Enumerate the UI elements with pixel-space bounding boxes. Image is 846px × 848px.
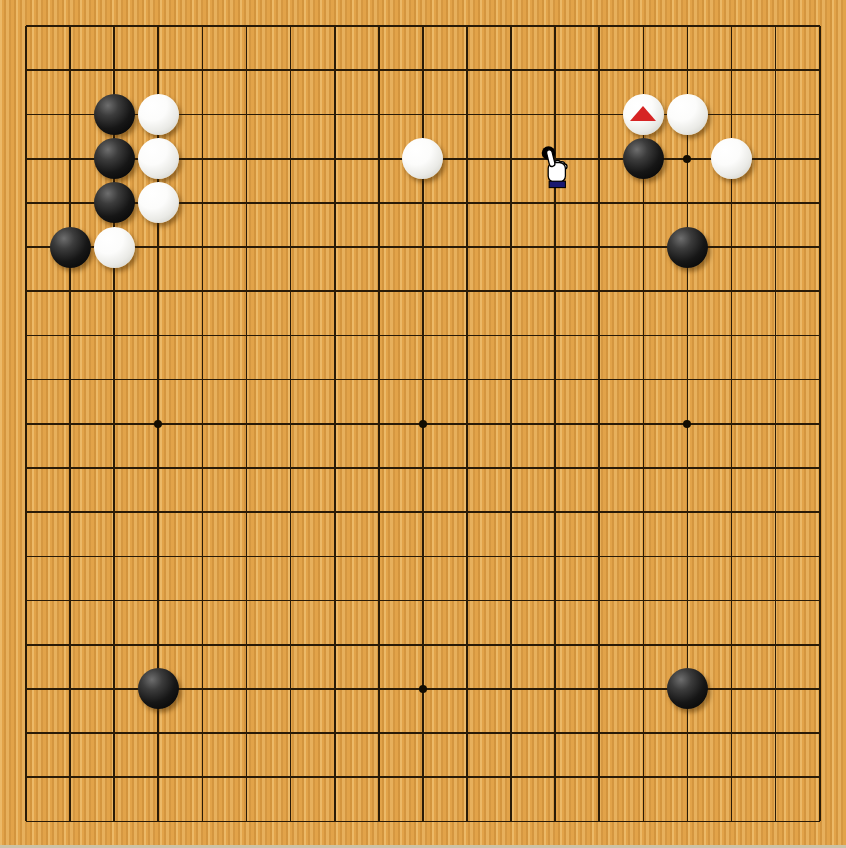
- board-intersection[interactable]: [357, 799, 401, 843]
- board-intersection[interactable]: [357, 711, 401, 755]
- board-intersection[interactable]: [445, 402, 489, 446]
- board-intersection[interactable]: [489, 623, 533, 667]
- board-intersection[interactable]: [798, 181, 842, 225]
- board-intersection[interactable]: [489, 358, 533, 402]
- board-intersection[interactable]: [798, 92, 842, 136]
- board-intersection[interactable]: [48, 402, 92, 446]
- board-intersection[interactable]: [4, 799, 48, 843]
- board-intersection[interactable]: [621, 490, 665, 534]
- board-intersection[interactable]: [710, 225, 754, 269]
- board-intersection[interactable]: [357, 92, 401, 136]
- board-intersection[interactable]: [533, 623, 577, 667]
- board-intersection[interactable]: [357, 358, 401, 402]
- board-intersection[interactable]: [401, 225, 445, 269]
- board-intersection[interactable]: [357, 667, 401, 711]
- board-intersection[interactable]: [577, 181, 621, 225]
- board-intersection[interactable]: [92, 578, 136, 622]
- board-intersection[interactable]: [269, 799, 313, 843]
- board-intersection[interactable]: [533, 92, 577, 136]
- board-intersection[interactable]: [754, 534, 798, 578]
- board-intersection[interactable]: [710, 667, 754, 711]
- board-intersection[interactable]: [4, 711, 48, 755]
- board-intersection[interactable]: [224, 181, 268, 225]
- board-intersection[interactable]: [92, 181, 136, 225]
- board-intersection[interactable]: [533, 269, 577, 313]
- board-intersection[interactable]: [136, 667, 180, 711]
- board-intersection[interactable]: [92, 711, 136, 755]
- board-intersection[interactable]: [180, 711, 224, 755]
- board-intersection[interactable]: [92, 402, 136, 446]
- board-intersection[interactable]: [621, 137, 665, 181]
- board-intersection[interactable]: [269, 269, 313, 313]
- board-intersection[interactable]: [445, 578, 489, 622]
- board-intersection[interactable]: [577, 4, 621, 48]
- board-intersection[interactable]: [710, 711, 754, 755]
- board-intersection[interactable]: [710, 92, 754, 136]
- board-intersection[interactable]: [445, 313, 489, 357]
- board-intersection[interactable]: [313, 623, 357, 667]
- board-intersection[interactable]: [621, 402, 665, 446]
- board-intersection[interactable]: [710, 578, 754, 622]
- board-intersection[interactable]: [48, 92, 92, 136]
- board-intersection[interactable]: [577, 667, 621, 711]
- board-intersection[interactable]: [754, 92, 798, 136]
- board-intersection[interactable]: [754, 799, 798, 843]
- board-intersection[interactable]: [710, 490, 754, 534]
- board-intersection[interactable]: [754, 446, 798, 490]
- board-intersection[interactable]: [710, 446, 754, 490]
- board-intersection[interactable]: [577, 358, 621, 402]
- board-intersection[interactable]: [621, 711, 665, 755]
- board-intersection[interactable]: [710, 799, 754, 843]
- board-intersection[interactable]: [577, 534, 621, 578]
- board-intersection[interactable]: [445, 623, 489, 667]
- board-intersection[interactable]: [401, 402, 445, 446]
- board-intersection[interactable]: [665, 137, 709, 181]
- board-intersection[interactable]: [136, 799, 180, 843]
- board-intersection[interactable]: [445, 4, 489, 48]
- board-intersection[interactable]: [269, 446, 313, 490]
- board-intersection[interactable]: [621, 578, 665, 622]
- board-intersection[interactable]: [533, 313, 577, 357]
- board-intersection[interactable]: [445, 711, 489, 755]
- board-intersection[interactable]: [92, 48, 136, 92]
- board-intersection[interactable]: [401, 358, 445, 402]
- board-intersection[interactable]: [269, 225, 313, 269]
- board-intersection[interactable]: [313, 578, 357, 622]
- board-intersection[interactable]: [313, 92, 357, 136]
- board-intersection[interactable]: [313, 48, 357, 92]
- board-intersection[interactable]: [269, 48, 313, 92]
- board-intersection[interactable]: [754, 490, 798, 534]
- board-intersection[interactable]: [621, 181, 665, 225]
- board-intersection[interactable]: [710, 402, 754, 446]
- board-intersection[interactable]: [445, 534, 489, 578]
- board-intersection[interactable]: [621, 446, 665, 490]
- board-intersection[interactable]: [92, 358, 136, 402]
- board-intersection[interactable]: [224, 48, 268, 92]
- board-intersection[interactable]: [136, 358, 180, 402]
- board-intersection[interactable]: [48, 534, 92, 578]
- board-intersection[interactable]: [180, 667, 224, 711]
- board-intersection[interactable]: [401, 799, 445, 843]
- board-intersection[interactable]: [92, 269, 136, 313]
- board-intersection[interactable]: [489, 137, 533, 181]
- board-intersection[interactable]: [180, 92, 224, 136]
- board-intersection[interactable]: [401, 446, 445, 490]
- board-intersection[interactable]: [180, 269, 224, 313]
- board-intersection[interactable]: [4, 269, 48, 313]
- board-intersection[interactable]: [401, 578, 445, 622]
- board-intersection[interactable]: [136, 4, 180, 48]
- board-intersection[interactable]: [754, 181, 798, 225]
- board-intersection[interactable]: [136, 137, 180, 181]
- board-intersection[interactable]: [621, 755, 665, 799]
- board-intersection[interactable]: [224, 137, 268, 181]
- board-intersection[interactable]: [269, 623, 313, 667]
- board-intersection[interactable]: [269, 667, 313, 711]
- board-intersection[interactable]: [445, 755, 489, 799]
- board-intersection[interactable]: [313, 755, 357, 799]
- board-intersection[interactable]: [621, 358, 665, 402]
- board-intersection[interactable]: [48, 446, 92, 490]
- board-intersection[interactable]: [577, 269, 621, 313]
- board-intersection[interactable]: [357, 48, 401, 92]
- board-intersection[interactable]: [621, 667, 665, 711]
- board-intersection[interactable]: [313, 799, 357, 843]
- board-intersection[interactable]: [224, 578, 268, 622]
- board-intersection[interactable]: [710, 623, 754, 667]
- board-intersection[interactable]: [445, 490, 489, 534]
- board-intersection[interactable]: [710, 313, 754, 357]
- board-intersection[interactable]: [180, 534, 224, 578]
- board-intersection[interactable]: [136, 225, 180, 269]
- board-intersection[interactable]: [577, 92, 621, 136]
- board-intersection[interactable]: [489, 402, 533, 446]
- board-intersection[interactable]: [180, 490, 224, 534]
- board-intersection[interactable]: [313, 534, 357, 578]
- board-intersection[interactable]: [665, 623, 709, 667]
- board-intersection[interactable]: [489, 534, 533, 578]
- board-intersection[interactable]: [224, 711, 268, 755]
- board-intersection[interactable]: [224, 402, 268, 446]
- board-intersection[interactable]: [48, 4, 92, 48]
- board-intersection[interactable]: [357, 755, 401, 799]
- board-intersection[interactable]: [313, 269, 357, 313]
- board-intersection[interactable]: [621, 48, 665, 92]
- board-intersection[interactable]: [710, 48, 754, 92]
- board-intersection[interactable]: [401, 490, 445, 534]
- board-intersection[interactable]: [445, 269, 489, 313]
- board-intersection[interactable]: [710, 755, 754, 799]
- board-intersection[interactable]: [180, 623, 224, 667]
- board-intersection[interactable]: [401, 667, 445, 711]
- board-intersection[interactable]: [180, 446, 224, 490]
- board-intersection[interactable]: [798, 623, 842, 667]
- board-intersection[interactable]: [269, 4, 313, 48]
- board-intersection[interactable]: [313, 137, 357, 181]
- board-intersection[interactable]: [136, 402, 180, 446]
- board-intersection[interactable]: [798, 534, 842, 578]
- board-intersection[interactable]: [798, 799, 842, 843]
- board-intersection[interactable]: [136, 490, 180, 534]
- board-intersection[interactable]: [269, 358, 313, 402]
- board-intersection[interactable]: [224, 446, 268, 490]
- board-intersection[interactable]: [224, 667, 268, 711]
- board-intersection[interactable]: [224, 358, 268, 402]
- board-intersection[interactable]: [313, 181, 357, 225]
- board-intersection[interactable]: [180, 755, 224, 799]
- board-intersection[interactable]: [710, 181, 754, 225]
- board-intersection[interactable]: [798, 578, 842, 622]
- board-intersection[interactable]: [445, 137, 489, 181]
- board-intersection[interactable]: [313, 225, 357, 269]
- board-intersection[interactable]: [357, 446, 401, 490]
- board-intersection[interactable]: [621, 534, 665, 578]
- board-intersection[interactable]: [313, 667, 357, 711]
- board-intersection[interactable]: [269, 313, 313, 357]
- board-intersection[interactable]: [533, 490, 577, 534]
- board-intersection[interactable]: [357, 269, 401, 313]
- board-intersection[interactable]: [577, 402, 621, 446]
- board-intersection[interactable]: [665, 4, 709, 48]
- board-intersection[interactable]: [92, 4, 136, 48]
- board-intersection[interactable]: [92, 623, 136, 667]
- board-intersection[interactable]: [533, 667, 577, 711]
- board-intersection[interactable]: [445, 667, 489, 711]
- board-intersection[interactable]: [798, 313, 842, 357]
- board-intersection[interactable]: [92, 490, 136, 534]
- board-intersection[interactable]: [357, 137, 401, 181]
- board-intersection[interactable]: [136, 578, 180, 622]
- board-intersection[interactable]: [313, 402, 357, 446]
- board-intersection[interactable]: [665, 755, 709, 799]
- board-intersection[interactable]: [357, 313, 401, 357]
- board-intersection[interactable]: [489, 711, 533, 755]
- board-intersection[interactable]: [357, 623, 401, 667]
- board-intersection[interactable]: [710, 137, 754, 181]
- board-intersection[interactable]: [533, 358, 577, 402]
- board-intersection[interactable]: [754, 402, 798, 446]
- board-intersection[interactable]: [136, 711, 180, 755]
- board-intersection[interactable]: [798, 269, 842, 313]
- board-intersection[interactable]: [48, 667, 92, 711]
- board-intersection[interactable]: [577, 137, 621, 181]
- board-intersection[interactable]: [224, 534, 268, 578]
- board-intersection[interactable]: [489, 755, 533, 799]
- board-intersection[interactable]: [577, 711, 621, 755]
- board-intersection[interactable]: [621, 4, 665, 48]
- board-intersection[interactable]: [136, 755, 180, 799]
- board-intersection[interactable]: [4, 667, 48, 711]
- board-intersection[interactable]: [269, 755, 313, 799]
- board-intersection[interactable]: [533, 578, 577, 622]
- board-intersection[interactable]: [269, 534, 313, 578]
- board-intersection[interactable]: [269, 711, 313, 755]
- board-intersection[interactable]: [357, 225, 401, 269]
- board-intersection[interactable]: [798, 48, 842, 92]
- board-intersection[interactable]: [4, 48, 48, 92]
- board-intersection[interactable]: [136, 623, 180, 667]
- board-intersection[interactable]: [180, 4, 224, 48]
- board-intersection[interactable]: [489, 225, 533, 269]
- board-intersection[interactable]: [4, 181, 48, 225]
- board-intersection[interactable]: [180, 578, 224, 622]
- board-intersection[interactable]: [313, 313, 357, 357]
- board-intersection[interactable]: [136, 269, 180, 313]
- board-intersection[interactable]: [621, 92, 665, 136]
- board-intersection[interactable]: [224, 92, 268, 136]
- board-intersection[interactable]: [533, 402, 577, 446]
- board-intersection[interactable]: [489, 667, 533, 711]
- board-intersection[interactable]: [401, 4, 445, 48]
- board-intersection[interactable]: [489, 490, 533, 534]
- board-intersection[interactable]: [533, 755, 577, 799]
- board-intersection[interactable]: [48, 137, 92, 181]
- board-intersection[interactable]: [798, 446, 842, 490]
- board-intersection[interactable]: [92, 667, 136, 711]
- board-intersection[interactable]: [269, 181, 313, 225]
- board-intersection[interactable]: [357, 578, 401, 622]
- board-intersection[interactable]: [401, 269, 445, 313]
- board-intersection[interactable]: [710, 358, 754, 402]
- board-intersection[interactable]: [533, 4, 577, 48]
- board-intersection[interactable]: [180, 799, 224, 843]
- board-intersection[interactable]: [48, 225, 92, 269]
- board-intersection[interactable]: [665, 358, 709, 402]
- board-intersection[interactable]: [533, 446, 577, 490]
- board-intersection[interactable]: [798, 402, 842, 446]
- board-intersection[interactable]: [798, 667, 842, 711]
- board-intersection[interactable]: [224, 490, 268, 534]
- board-intersection[interactable]: [533, 225, 577, 269]
- board-intersection[interactable]: [798, 137, 842, 181]
- board-intersection[interactable]: [269, 137, 313, 181]
- board-intersection[interactable]: [4, 490, 48, 534]
- board-intersection[interactable]: [798, 711, 842, 755]
- board-intersection[interactable]: [665, 799, 709, 843]
- board-intersection[interactable]: [48, 711, 92, 755]
- board-intersection[interactable]: [754, 225, 798, 269]
- board-intersection[interactable]: [754, 667, 798, 711]
- board-intersection[interactable]: [621, 269, 665, 313]
- board-intersection[interactable]: [754, 623, 798, 667]
- board-intersection[interactable]: [224, 313, 268, 357]
- board-intersection[interactable]: [401, 755, 445, 799]
- board-intersection[interactable]: [445, 799, 489, 843]
- board-intersection[interactable]: [313, 446, 357, 490]
- board-intersection[interactable]: [180, 181, 224, 225]
- board-intersection[interactable]: [754, 313, 798, 357]
- board-intersection[interactable]: [313, 358, 357, 402]
- board-intersection[interactable]: [665, 402, 709, 446]
- board-intersection[interactable]: [269, 490, 313, 534]
- board-intersection[interactable]: [754, 755, 798, 799]
- board-intersection[interactable]: [445, 92, 489, 136]
- board-intersection[interactable]: [136, 92, 180, 136]
- board-intersection[interactable]: [665, 711, 709, 755]
- board-intersection[interactable]: [4, 225, 48, 269]
- board-intersection[interactable]: [48, 490, 92, 534]
- board-intersection[interactable]: [224, 799, 268, 843]
- board-intersection[interactable]: [665, 578, 709, 622]
- board-intersection[interactable]: [754, 137, 798, 181]
- board-intersection[interactable]: [4, 92, 48, 136]
- board-intersection[interactable]: [136, 48, 180, 92]
- board-intersection[interactable]: [180, 225, 224, 269]
- board-intersection[interactable]: [489, 48, 533, 92]
- board-intersection[interactable]: [48, 799, 92, 843]
- board-intersection[interactable]: [401, 137, 445, 181]
- board-intersection[interactable]: [92, 313, 136, 357]
- board-intersection[interactable]: [710, 534, 754, 578]
- board-intersection[interactable]: [665, 667, 709, 711]
- board-intersection[interactable]: [4, 4, 48, 48]
- board-intersection[interactable]: [577, 799, 621, 843]
- board-intersection[interactable]: [401, 181, 445, 225]
- board-intersection[interactable]: [357, 534, 401, 578]
- board-intersection[interactable]: [665, 225, 709, 269]
- board-intersection[interactable]: [401, 534, 445, 578]
- board-intersection[interactable]: [269, 578, 313, 622]
- board-intersection[interactable]: [489, 799, 533, 843]
- board-intersection[interactable]: [489, 92, 533, 136]
- board-intersection[interactable]: [48, 358, 92, 402]
- board-intersection[interactable]: [136, 446, 180, 490]
- board-intersection[interactable]: [710, 269, 754, 313]
- board-intersection[interactable]: [445, 446, 489, 490]
- board-intersection[interactable]: [4, 755, 48, 799]
- board-intersection[interactable]: [445, 181, 489, 225]
- board-intersection[interactable]: [445, 358, 489, 402]
- board-intersection[interactable]: [180, 137, 224, 181]
- board-intersection[interactable]: [489, 446, 533, 490]
- board-intersection[interactable]: [48, 181, 92, 225]
- board-intersection[interactable]: [665, 490, 709, 534]
- board-intersection[interactable]: [798, 755, 842, 799]
- board-intersection[interactable]: [754, 358, 798, 402]
- board-intersection[interactable]: [577, 490, 621, 534]
- board-intersection[interactable]: [533, 799, 577, 843]
- board-intersection[interactable]: [798, 225, 842, 269]
- board-intersection[interactable]: [489, 578, 533, 622]
- board-intersection[interactable]: [489, 313, 533, 357]
- board-intersection[interactable]: [313, 711, 357, 755]
- board-intersection[interactable]: [665, 181, 709, 225]
- board-intersection[interactable]: [577, 578, 621, 622]
- board-intersection[interactable]: [4, 578, 48, 622]
- board-intersection[interactable]: [224, 225, 268, 269]
- board-intersection[interactable]: [92, 137, 136, 181]
- board-intersection[interactable]: [401, 711, 445, 755]
- board-intersection[interactable]: [357, 4, 401, 48]
- board-intersection[interactable]: [136, 313, 180, 357]
- board-intersection[interactable]: [269, 402, 313, 446]
- board-intersection[interactable]: [401, 313, 445, 357]
- board-intersection[interactable]: [665, 48, 709, 92]
- board-intersection[interactable]: [754, 578, 798, 622]
- board-intersection[interactable]: [48, 755, 92, 799]
- board-intersection[interactable]: [489, 181, 533, 225]
- board-intersection[interactable]: [224, 269, 268, 313]
- board-intersection[interactable]: [180, 402, 224, 446]
- board-intersection[interactable]: [357, 181, 401, 225]
- board-intersection[interactable]: [48, 623, 92, 667]
- board-intersection[interactable]: [710, 4, 754, 48]
- board-intersection[interactable]: [4, 137, 48, 181]
- board-intersection[interactable]: [401, 92, 445, 136]
- board-intersection[interactable]: [224, 755, 268, 799]
